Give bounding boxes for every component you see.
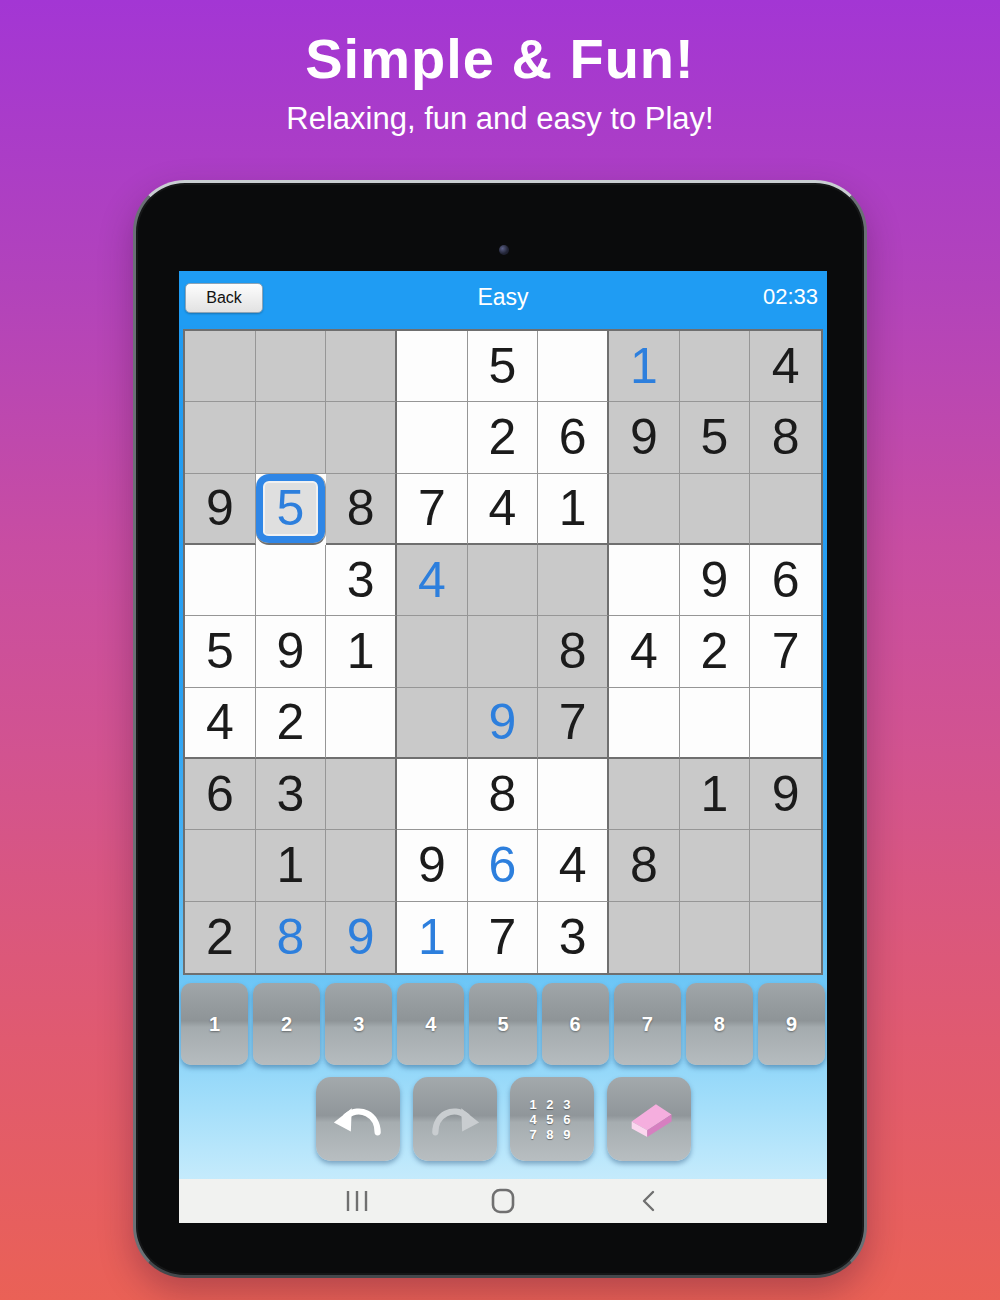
undo-button[interactable] [316, 1077, 400, 1161]
back-button[interactable]: Back [185, 283, 263, 313]
android-navbar [179, 1179, 827, 1223]
cell-r4c4[interactable]: 4 [397, 545, 468, 616]
cell-r6c5[interactable]: 9 [468, 688, 539, 759]
cell-r4c6[interactable] [538, 545, 609, 616]
eraser-button[interactable] [607, 1077, 691, 1161]
cell-r2c2[interactable] [256, 402, 327, 473]
cell-r5c1[interactable]: 5 [185, 616, 256, 687]
cell-r3c9[interactable] [750, 474, 821, 545]
numpad-4[interactable]: 4 [397, 983, 464, 1065]
cell-r9c8[interactable] [680, 902, 751, 973]
notes-button[interactable]: 1 2 3 4 5 6 7 8 9 [510, 1077, 594, 1161]
cell-r7c3[interactable] [326, 759, 397, 830]
cell-r3c8[interactable] [680, 474, 751, 545]
cell-r6c3[interactable] [326, 688, 397, 759]
cell-r9c2[interactable]: 8 [256, 902, 327, 973]
redo-button[interactable] [413, 1077, 497, 1161]
numpad-6[interactable]: 6 [542, 983, 609, 1065]
cell-r8c2[interactable]: 1 [256, 830, 327, 901]
cell-r5c8[interactable]: 2 [680, 616, 751, 687]
cell-r9c1[interactable]: 2 [185, 902, 256, 973]
cell-r3c5[interactable]: 4 [468, 474, 539, 545]
cell-r6c7[interactable] [609, 688, 680, 759]
cell-r4c9[interactable]: 6 [750, 545, 821, 616]
cell-r5c9[interactable]: 7 [750, 616, 821, 687]
cell-r9c6[interactable]: 3 [538, 902, 609, 973]
cell-r1c2[interactable] [256, 331, 327, 402]
cell-r2c9[interactable]: 8 [750, 402, 821, 473]
cell-r8c4[interactable]: 9 [397, 830, 468, 901]
cell-r7c5[interactable]: 8 [468, 759, 539, 830]
cell-r1c6[interactable] [538, 331, 609, 402]
cell-r8c1[interactable] [185, 830, 256, 901]
cell-r9c9[interactable] [750, 902, 821, 973]
cell-r3c7[interactable] [609, 474, 680, 545]
cell-r9c7[interactable] [609, 902, 680, 973]
cell-r2c3[interactable] [326, 402, 397, 473]
cell-r5c3[interactable]: 1 [326, 616, 397, 687]
cell-r4c7[interactable] [609, 545, 680, 616]
nav-back-icon[interactable] [632, 1187, 666, 1215]
cell-r2c8[interactable]: 5 [680, 402, 751, 473]
cell-r8c3[interactable] [326, 830, 397, 901]
cell-r3c4[interactable]: 7 [397, 474, 468, 545]
cell-r1c8[interactable] [680, 331, 751, 402]
cell-r6c4[interactable] [397, 688, 468, 759]
cell-r1c3[interactable] [326, 331, 397, 402]
cell-r3c1[interactable]: 9 [185, 474, 256, 545]
cell-r3c2[interactable]: 5 [256, 474, 327, 545]
cell-r2c5[interactable]: 2 [468, 402, 539, 473]
cell-r5c7[interactable]: 4 [609, 616, 680, 687]
notes-icon: 1 2 3 4 5 6 7 8 9 [530, 1097, 574, 1142]
numpad-9[interactable]: 9 [758, 983, 825, 1065]
undo-icon [329, 1093, 387, 1146]
cell-r4c8[interactable]: 9 [680, 545, 751, 616]
hero-subtitle: Relaxing, fun and easy to Play! [0, 101, 1000, 137]
cell-r8c8[interactable] [680, 830, 751, 901]
sudoku-board: 5142695895874134965918427429763819196482… [183, 329, 823, 975]
cell-r6c6[interactable]: 7 [538, 688, 609, 759]
cell-r8c5[interactable]: 6 [468, 830, 539, 901]
cell-r6c1[interactable]: 4 [185, 688, 256, 759]
cell-r2c4[interactable] [397, 402, 468, 473]
cell-r1c5[interactable]: 5 [468, 331, 539, 402]
cell-r1c4[interactable] [397, 331, 468, 402]
cell-r7c4[interactable] [397, 759, 468, 830]
cell-r7c2[interactable]: 3 [256, 759, 327, 830]
hero-banner: Simple & Fun! Relaxing, fun and easy to … [0, 26, 1000, 137]
cell-r9c5[interactable]: 7 [468, 902, 539, 973]
recent-apps-icon[interactable] [340, 1187, 374, 1215]
cell-r2c1[interactable] [185, 402, 256, 473]
cell-r8c6[interactable]: 4 [538, 830, 609, 901]
tablet-frame: Easy Back 02:33 514269589587413496591842… [133, 180, 867, 1278]
cell-r6c9[interactable] [750, 688, 821, 759]
cell-r9c3[interactable]: 9 [326, 902, 397, 973]
cell-r9c4[interactable]: 1 [397, 902, 468, 973]
cell-r2c6[interactable]: 6 [538, 402, 609, 473]
cell-r4c5[interactable] [468, 545, 539, 616]
numpad-2[interactable]: 2 [253, 983, 320, 1065]
cell-r5c2[interactable]: 9 [256, 616, 327, 687]
cell-r7c7[interactable] [609, 759, 680, 830]
cell-r7c6[interactable] [538, 759, 609, 830]
front-camera [499, 245, 509, 255]
cell-r8c7[interactable]: 8 [609, 830, 680, 901]
cell-r1c1[interactable] [185, 331, 256, 402]
cell-r4c1[interactable] [185, 545, 256, 616]
cell-r4c2[interactable] [256, 545, 327, 616]
cell-r4c3[interactable]: 3 [326, 545, 397, 616]
cell-r7c9[interactable]: 9 [750, 759, 821, 830]
cell-r6c2[interactable]: 2 [256, 688, 327, 759]
cell-r5c4[interactable] [397, 616, 468, 687]
app-screen: Easy Back 02:33 514269589587413496591842… [179, 271, 827, 1223]
numpad-1[interactable]: 1 [181, 983, 248, 1065]
cell-r1c7[interactable]: 1 [609, 331, 680, 402]
home-icon[interactable] [486, 1187, 520, 1215]
cell-r6c8[interactable] [680, 688, 751, 759]
eraser-icon [621, 1092, 677, 1147]
cell-r3c6[interactable]: 1 [538, 474, 609, 545]
hero-title: Simple & Fun! [0, 26, 1000, 91]
game-timer: 02:33 [763, 271, 818, 325]
tool-row: 1 2 3 4 5 6 7 8 9 [179, 1077, 827, 1161]
cell-r7c1[interactable]: 6 [185, 759, 256, 830]
cell-r7c8[interactable]: 1 [680, 759, 751, 830]
cell-r8c9[interactable] [750, 830, 821, 901]
cell-r3c3[interactable]: 8 [326, 474, 397, 545]
numpad-8[interactable]: 8 [686, 983, 753, 1065]
cell-r1c9[interactable]: 4 [750, 331, 821, 402]
cell-r2c7[interactable]: 9 [609, 402, 680, 473]
numpad-3[interactable]: 3 [325, 983, 392, 1065]
numpad-5[interactable]: 5 [469, 983, 536, 1065]
difficulty-title: Easy [179, 271, 827, 325]
redo-icon [426, 1093, 484, 1146]
number-pad: 123456789 [179, 983, 827, 1065]
numpad-7[interactable]: 7 [614, 983, 681, 1065]
cell-r5c6[interactable]: 8 [538, 616, 609, 687]
app-header: Easy Back 02:33 [179, 271, 827, 325]
cell-r5c5[interactable] [468, 616, 539, 687]
